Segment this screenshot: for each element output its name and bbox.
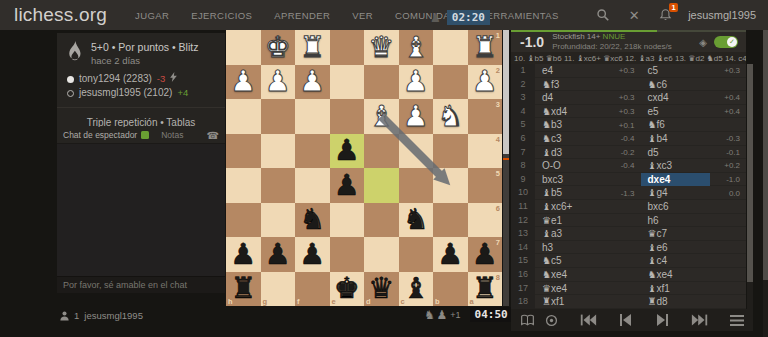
square-d4[interactable]: [364, 134, 399, 169]
black-player-name: jesusmgl1995 (2102): [79, 86, 172, 100]
white-move[interactable]: ♝b5: [535, 186, 605, 200]
chat-panel: Chat de espectador Notas ☎: [57, 127, 225, 293]
move-number: 4: [511, 105, 535, 119]
square-a6[interactable]: 6: [468, 203, 503, 238]
tab-spectator-chat[interactable]: Chat de espectador: [57, 127, 155, 143]
square-a5[interactable]: 5: [468, 168, 503, 203]
square-b6[interactable]: [433, 203, 468, 238]
move-row-7: 7♝d3-0.2d5-0.1: [511, 146, 746, 160]
move-list: 1e4+0.3c5+0.32♞f3♞c63d4+0.3cxd4+0.44♞xd4…: [511, 64, 746, 309]
search-icon[interactable]: [595, 7, 611, 23]
square-g2[interactable]: ♟: [261, 65, 296, 100]
square-g5[interactable]: [261, 168, 296, 203]
white-move[interactable]: d4: [535, 91, 605, 105]
square-f7[interactable]: ♟: [295, 237, 330, 272]
square-d6[interactable]: [364, 203, 399, 238]
engine-pv-line[interactable]: 10. ♝b5 ♛b6 11. ♝xc6+ ♛xc6 12. ♝a3 ♝e6 1…: [511, 52, 746, 64]
white-pawn-f2[interactable]: ♟: [295, 65, 330, 100]
black-move[interactable]: ♛c7: [641, 227, 711, 241]
white-pawn-h2[interactable]: ♟: [226, 65, 261, 100]
rank-label-5: 5: [496, 169, 500, 178]
pawn-icon: ♟: [430, 11, 441, 25]
square-h2[interactable]: ♟: [226, 65, 261, 100]
black-knight-c6[interactable]: ♞: [399, 203, 434, 238]
white-move[interactable]: ♞c5: [535, 254, 605, 268]
move-row-9: 9bxc3dxe4-1.0: [511, 173, 746, 187]
black-move-eval: 0.0: [710, 189, 746, 198]
file-label-d: d: [366, 297, 371, 306]
white-rook-f1[interactable]: ♜: [295, 30, 330, 65]
square-c8[interactable]: ♝c: [399, 272, 434, 307]
notifications-bell-icon[interactable]: 1: [657, 7, 673, 23]
chess-board[interactable]: ♚♜♛♝♜1♟♟♟♟♟2♝♟♞3♟4♟5♞♞6♟♟♟♟♟7♜hgf♚e♛d♝cb…: [226, 30, 502, 306]
menu-icon[interactable]: [725, 311, 749, 329]
analysis-panel: -1.0 Stockfish 14+ NNUE Profundidad: 20/…: [511, 30, 753, 330]
black-move[interactable]: ♝xc3: [641, 159, 711, 173]
square-e2[interactable]: [330, 65, 365, 100]
move-row-10: 10♝b5-1.3♝g40.0: [511, 186, 746, 200]
square-h4[interactable]: [226, 134, 261, 169]
file-label-g: g: [263, 297, 268, 306]
move-number: 5: [511, 118, 535, 132]
file-label-e: e: [332, 297, 336, 306]
move-number: 9: [511, 173, 535, 187]
rank-label-1: 1: [496, 31, 500, 40]
square-e3[interactable]: [330, 99, 365, 134]
move-row-17: 17♛xe4♝xf1: [511, 282, 746, 296]
move-row-8: 8O-O-0.4♝xc3+0.2: [511, 159, 746, 173]
white-move[interactable]: e4: [535, 64, 605, 78]
square-f8[interactable]: f: [295, 272, 330, 307]
white-king-g1[interactable]: ♚: [261, 30, 296, 65]
move-row-2: 2♞f3♞c6: [511, 78, 746, 92]
square-f5[interactable]: [295, 168, 330, 203]
white-move[interactable]: ♝xc6+: [535, 200, 605, 214]
white-knight-b3[interactable]: ♞: [433, 99, 468, 134]
tab-notes[interactable]: Notas: [155, 127, 189, 143]
square-h1[interactable]: [226, 30, 261, 65]
square-a3[interactable]: 3: [468, 99, 503, 134]
white-move-eval: +0.3: [605, 66, 641, 75]
black-knight-f6[interactable]: ♞: [295, 203, 330, 238]
last-move-button[interactable]: [688, 311, 712, 329]
opening-book-icon[interactable]: [515, 311, 539, 329]
black-move-eval: -0.3: [710, 134, 746, 143]
black-move-eval: +0.4: [710, 93, 746, 102]
game-date-label: hace 2 días: [91, 55, 198, 66]
move-row-1: 1e4+0.3c5+0.3: [511, 64, 746, 78]
square-e5[interactable]: ♟: [330, 168, 365, 203]
white-move[interactable]: ♜xf1: [535, 295, 605, 309]
white-player-name: tony1294 (2283): [79, 72, 152, 86]
chat-tabs: Chat de espectador Notas ☎: [57, 127, 225, 144]
analysis-board-icon[interactable]: [539, 311, 563, 329]
square-g1[interactable]: ♚: [261, 30, 296, 65]
move-number: 16: [511, 268, 535, 282]
square-g7[interactable]: ♟: [261, 237, 296, 272]
square-a7[interactable]: ♟7: [468, 237, 503, 272]
white-pawn-c3[interactable]: ♟: [399, 99, 434, 134]
square-d5[interactable]: [364, 168, 399, 203]
white-bishop-d3[interactable]: ♝: [364, 99, 399, 134]
move-number: 14: [511, 241, 535, 255]
nnue-label: NNUE: [603, 32, 626, 41]
file-label-c: c: [401, 297, 405, 306]
white-move[interactable]: ♛e1: [535, 214, 605, 228]
black-move[interactable]: ♞xe4: [641, 268, 711, 282]
white-pawn-g2[interactable]: ♟: [261, 65, 296, 100]
move-number: 2: [511, 78, 535, 92]
black-move[interactable]: cxd4: [641, 91, 711, 105]
move-row-13: 13♝a3♛c7: [511, 227, 746, 241]
page-scrollbar[interactable]: [763, 30, 768, 337]
move-row-6: 6♞c3-0.4♝b4-0.3: [511, 132, 746, 146]
white-move[interactable]: O-O: [535, 159, 605, 173]
square-a8[interactable]: ♜8a: [468, 272, 503, 307]
move-row-12: 12♛e1h6: [511, 214, 746, 228]
square-c6[interactable]: ♞: [399, 203, 434, 238]
black-rating-delta: +4: [177, 86, 188, 100]
notification-badge: 1: [669, 3, 678, 12]
white-move[interactable]: ♝d3: [535, 146, 605, 160]
top-clock-row: ♟ 02:20: [430, 10, 490, 25]
user-menu[interactable]: jesusmgl1995: [688, 9, 756, 21]
nav-item-aprender[interactable]: APRENDER: [274, 10, 330, 21]
nav-right: ✕ 1 jesusmgl1995: [595, 7, 756, 23]
square-f3[interactable]: [295, 99, 330, 134]
square-e7[interactable]: [330, 237, 365, 272]
square-h5[interactable]: [226, 168, 261, 203]
move-number: 18: [511, 295, 535, 309]
square-h3[interactable]: [226, 99, 261, 134]
voice-chat-icon[interactable]: ☎: [207, 130, 219, 141]
black-pawn-g7[interactable]: ♟: [261, 237, 296, 272]
move-row-14: 14h3♝e6: [511, 241, 746, 255]
square-d2[interactable]: [364, 65, 399, 100]
move-number: 8: [511, 159, 535, 173]
berserk-icon: [170, 72, 177, 86]
captured-pieces: ♞ ♟: [424, 308, 446, 322]
white-player-row[interactable]: tony1294 (2283) -3: [67, 72, 215, 86]
white-queen-d1[interactable]: ♛: [364, 30, 399, 65]
square-b4[interactable]: [433, 134, 468, 169]
white-move[interactable]: ♞xd4: [535, 105, 605, 119]
white-move[interactable]: ♞xe4: [535, 268, 605, 282]
white-move-eval: -0.4: [605, 134, 641, 143]
white-move-eval: -0.2: [605, 148, 641, 157]
lichess-logo[interactable]: lichess.org: [14, 4, 107, 26]
move-number: 15: [511, 254, 535, 268]
square-b2[interactable]: [433, 65, 468, 100]
move-number: 7: [511, 146, 535, 160]
black-move[interactable]: dxe4: [641, 173, 711, 187]
move-number: 12: [511, 214, 535, 228]
rank-label-8: 8: [496, 273, 500, 282]
white-move[interactable]: ♞c3: [535, 132, 605, 146]
square-e8[interactable]: ♚e: [330, 272, 365, 307]
black-move-eval: -0.1: [710, 148, 746, 157]
white-move[interactable]: ♛xe4: [535, 282, 605, 296]
engine-settings-icon[interactable]: ◈: [699, 37, 707, 48]
white-move[interactable]: bxc3: [535, 173, 605, 187]
engine-depth: Profundidad: 20/22, 218k nodes/s: [552, 43, 672, 52]
white-move[interactable]: ♞f3: [535, 78, 605, 92]
black-move[interactable]: ♞f6: [641, 118, 711, 132]
black-move[interactable]: ♝e6: [641, 241, 711, 255]
square-c2[interactable]: ♟: [399, 65, 434, 100]
top-navbar: lichess.org JUGAREJERCICIOSAPRENDERVERCO…: [0, 0, 768, 30]
square-h8[interactable]: ♜h: [226, 272, 261, 307]
main-menu: JUGAREJERCICIOSAPRENDERVERCOMUNIDADHERRA…: [135, 10, 559, 21]
move-row-11: 11♝xc6+bxc6: [511, 200, 746, 214]
square-a2[interactable]: ♟2: [468, 65, 503, 100]
square-b8[interactable]: b: [433, 272, 468, 307]
move-number: 3: [511, 91, 535, 105]
white-move[interactable]: ♞b3: [535, 118, 605, 132]
move-number: 6: [511, 132, 535, 146]
square-g3[interactable]: [261, 99, 296, 134]
black-move-eval: +0.3: [710, 66, 746, 75]
white-rating-delta: -3: [157, 72, 165, 86]
engine-toggle[interactable]: ✓: [714, 36, 738, 48]
black-move[interactable]: ♜d8: [641, 295, 711, 309]
first-move-button[interactable]: [576, 311, 600, 329]
square-f2[interactable]: ♟: [295, 65, 330, 100]
bottom-clock-row: ♞ ♟ +1 04:50: [424, 307, 513, 322]
white-bishop-c1[interactable]: ♝: [399, 30, 434, 65]
rank-label-3: 3: [496, 100, 500, 109]
square-g6[interactable]: [261, 203, 296, 238]
square-g8[interactable]: g: [261, 272, 296, 307]
nav-item-ejercicios[interactable]: EJERCICIOS: [191, 10, 252, 21]
black-pawn-b7[interactable]: ♟: [433, 237, 468, 272]
rank-label-7: 7: [496, 238, 500, 247]
lichess-game-page: lichess.org JUGAREJERCICIOSAPRENDERVERCO…: [0, 0, 768, 337]
black-move[interactable]: d5: [641, 146, 711, 160]
move-number: 10: [511, 186, 535, 200]
square-e1[interactable]: [330, 30, 365, 65]
square-f6[interactable]: ♞: [295, 203, 330, 238]
black-move[interactable]: e5: [641, 105, 711, 119]
chat-input[interactable]: [57, 276, 225, 293]
material-advantage: +1: [450, 310, 460, 320]
spectator-list: 1 jesusmgl1995: [60, 310, 143, 321]
spectator-count: 1: [74, 310, 79, 321]
movelist-scrollbar[interactable]: [747, 64, 753, 309]
square-c4[interactable]: [399, 134, 434, 169]
person-icon: [60, 311, 69, 321]
square-h7[interactable]: ♟: [226, 237, 261, 272]
rank-label-4: 4: [496, 135, 500, 144]
black-move[interactable]: ♞c6: [641, 78, 711, 92]
move-row-18: 18♜xf1♜d8: [511, 295, 746, 309]
black-move[interactable]: ♝c4: [641, 254, 711, 268]
black-pawn-e4[interactable]: ♟: [330, 134, 365, 169]
move-row-16: 16♞xe4♞xe4: [511, 268, 746, 282]
black-clock: 04:50: [470, 307, 513, 322]
white-move-eval: -0.4: [605, 161, 641, 170]
eval-gauge-white: [503, 30, 509, 154]
square-c5[interactable]: [399, 168, 434, 203]
square-b5[interactable]: [433, 168, 468, 203]
square-b1[interactable]: [433, 30, 468, 65]
black-move[interactable]: h6: [641, 214, 711, 228]
file-label-h: h: [228, 297, 233, 306]
square-h6[interactable]: [226, 203, 261, 238]
square-a4[interactable]: 4: [468, 134, 503, 169]
black-move[interactable]: ♝xf1: [641, 282, 711, 296]
white-clock: 02:20: [447, 10, 490, 25]
black-move-eval: +0.2: [710, 161, 746, 170]
engine-header: -1.0 Stockfish 14+ NNUE Profundidad: 20/…: [511, 32, 746, 52]
next-move-button[interactable]: [651, 311, 675, 329]
move-row-3: 3d4+0.3cxd4+0.4: [511, 91, 746, 105]
nav-item-ver[interactable]: VER: [352, 10, 373, 21]
square-b3[interactable]: ♞: [433, 99, 468, 134]
board-wrap: ♚♜♛♝♜1♟♟♟♟♟2♝♟♞3♟4♟5♞♞6♟♟♟♟♟7♜hgf♚e♛d♝cb…: [226, 30, 502, 306]
move-number: 1: [511, 64, 535, 78]
square-e6[interactable]: [330, 203, 365, 238]
black-move-eval: +0.4: [710, 107, 746, 116]
square-b7[interactable]: ♟: [433, 237, 468, 272]
black-move[interactable]: bxc6: [641, 200, 711, 214]
pv-moves: 10. ♝b5 ♛b6 11. ♝xc6+ ♛xc6 12. ♝a3 ♝e6 1…: [514, 54, 746, 63]
white-pawn-c2[interactable]: ♟: [399, 65, 434, 100]
prev-move-button[interactable]: [613, 311, 637, 329]
white-move[interactable]: ♝a3: [535, 227, 605, 241]
white-move-eval: +0.3: [605, 107, 641, 116]
black-move[interactable]: ♝b4: [641, 132, 711, 146]
eval-gauge: [503, 30, 509, 306]
square-d3[interactable]: ♝: [364, 99, 399, 134]
eval-gauge-tick: [503, 158, 509, 160]
chat-messages: [57, 144, 225, 276]
move-number: 11: [511, 200, 535, 214]
move-row-4: 4♞xd4+0.3e5+0.4: [511, 105, 746, 119]
white-color-icon: [67, 76, 74, 83]
engine-name: Stockfish 14+: [552, 32, 600, 41]
file-label-f: f: [297, 297, 300, 306]
notes-label: Notas: [161, 130, 183, 140]
square-c7[interactable]: [399, 237, 434, 272]
blitz-flame-icon: [67, 41, 82, 66]
square-f4[interactable]: [295, 134, 330, 169]
spectator-name[interactable]: jesusmgl1995: [84, 310, 143, 321]
black-pawn-h7[interactable]: ♟: [226, 237, 261, 272]
analysis-controls: [511, 309, 753, 331]
white-move-eval: +0.3: [605, 93, 641, 102]
black-pawn-f7[interactable]: ♟: [295, 237, 330, 272]
eval-score: -1.0: [511, 34, 552, 50]
square-e4[interactable]: ♟: [330, 134, 365, 169]
square-d8[interactable]: ♛d: [364, 272, 399, 307]
file-label-b: b: [435, 297, 440, 306]
white-move-eval: -1.3: [605, 189, 641, 198]
spectator-chat-label: Chat de espectador: [63, 130, 137, 140]
move-row-5: 5♞b3+0.1♞f6: [511, 118, 746, 132]
square-d7[interactable]: [364, 237, 399, 272]
square-g4[interactable]: [261, 134, 296, 169]
white-move-eval: +0.1: [605, 121, 641, 130]
rank-label-6: 6: [496, 204, 500, 213]
square-c3[interactable]: ♟: [399, 99, 434, 134]
black-move-eval: -1.0: [710, 175, 746, 184]
square-c1[interactable]: ♝: [399, 30, 434, 65]
black-move[interactable]: c5: [641, 64, 711, 78]
toggle-check-icon: ✓: [727, 37, 737, 47]
file-label-a: a: [470, 297, 474, 306]
nav-item-jugar[interactable]: JUGAR: [135, 10, 169, 21]
square-d1[interactable]: ♛: [364, 30, 399, 65]
square-f1[interactable]: ♜: [295, 30, 330, 65]
move-row-15: 15♞c5♝c4: [511, 254, 746, 268]
move-number: 17: [511, 282, 535, 296]
black-move[interactable]: ♝g4: [641, 186, 711, 200]
game-setup-label: 5+0 • Por puntos • Blitz: [91, 41, 198, 53]
black-pawn-e5[interactable]: ♟: [330, 168, 365, 203]
challenges-icon[interactable]: ✕: [626, 7, 642, 23]
white-move[interactable]: h3: [535, 241, 605, 255]
chat-toggle[interactable]: [141, 131, 149, 139]
move-number: 13: [511, 227, 535, 241]
nav-item-herramientas[interactable]: HERRAMIENTAS: [479, 10, 559, 21]
square-a1[interactable]: ♜1: [468, 30, 503, 65]
black-color-icon: [67, 90, 74, 97]
black-player-row[interactable]: jesusmgl1995 (2102) +4: [67, 86, 215, 100]
rank-label-2: 2: [496, 66, 500, 75]
